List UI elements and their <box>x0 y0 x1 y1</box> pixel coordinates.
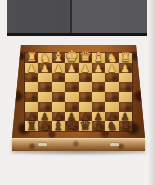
square <box>52 73 65 83</box>
square <box>119 102 132 112</box>
square <box>65 73 78 83</box>
square <box>25 82 38 92</box>
square <box>25 92 38 102</box>
square: ♟ <box>25 112 38 122</box>
square <box>119 92 132 102</box>
square: ♟ <box>52 63 65 73</box>
square: ♛ <box>79 53 92 63</box>
piece-dark-queen: ♛ <box>79 119 92 133</box>
square <box>79 82 92 92</box>
square <box>52 92 65 102</box>
square: ♜ <box>119 121 132 131</box>
board-frame: ♜♞♝♚♛♝♞♜♟♟♟♟♟♟♟♟♟♟♟♟♟♟♟♟♜♞♝♚♛♝♞♜ <box>12 45 145 138</box>
square <box>92 102 105 112</box>
square <box>65 92 78 102</box>
square <box>79 102 92 112</box>
square <box>38 92 51 102</box>
piece-dark-knight: ♞ <box>105 120 118 132</box>
box-hinge <box>38 143 47 146</box>
square <box>92 73 105 83</box>
square: ♟ <box>105 63 118 73</box>
square <box>79 73 92 83</box>
square: ♜ <box>25 121 38 131</box>
square: ♝ <box>92 121 105 131</box>
square: ♝ <box>92 53 105 63</box>
square: ♚ <box>65 121 78 131</box>
square: ♟ <box>65 63 78 73</box>
square: ♟ <box>25 63 38 73</box>
square <box>92 82 105 92</box>
square: ♟ <box>52 112 65 122</box>
square: ♜ <box>119 53 132 63</box>
square: ♟ <box>79 63 92 73</box>
square: ♟ <box>92 63 105 73</box>
square <box>105 92 118 102</box>
square <box>52 102 65 112</box>
square: ♝ <box>52 53 65 63</box>
piece-dark-bishop: ♝ <box>92 120 105 133</box>
square <box>119 82 132 92</box>
square: ♞ <box>38 121 51 131</box>
square <box>38 73 51 83</box>
square: ♞ <box>38 53 51 63</box>
chess-box: ♜♞♝♚♛♝♞♜♟♟♟♟♟♟♟♟♟♟♟♟♟♟♟♟♜♞♝♚♛♝♞♜ <box>12 45 145 151</box>
square <box>38 102 51 112</box>
square <box>79 92 92 102</box>
square <box>105 102 118 112</box>
piece-light-queen: ♛ <box>79 50 92 64</box>
square: ♞ <box>105 121 118 131</box>
piece-light-king: ♚ <box>65 49 78 64</box>
square: ♚ <box>65 53 78 63</box>
square <box>92 92 105 102</box>
square: ♟ <box>92 112 105 122</box>
square: ♟ <box>79 112 92 122</box>
square: ♝ <box>52 121 65 131</box>
square <box>119 73 132 83</box>
wall-edge-shading <box>148 0 155 185</box>
chess-board: ♜♞♝♚♛♝♞♜♟♟♟♟♟♟♟♟♟♟♟♟♟♟♟♟♜♞♝♚♛♝♞♜ <box>25 53 132 131</box>
square <box>38 82 51 92</box>
piece-dark-rook: ♜ <box>119 121 132 133</box>
box-shadow <box>8 149 149 156</box>
square <box>25 73 38 83</box>
square <box>105 73 118 83</box>
box-hinge <box>110 143 119 146</box>
square: ♟ <box>38 63 51 73</box>
square <box>65 82 78 92</box>
square <box>25 102 38 112</box>
piece-dark-bishop: ♝ <box>52 120 65 133</box>
square: ♜ <box>25 53 38 63</box>
square: ♛ <box>79 121 92 131</box>
square: ♟ <box>119 112 132 122</box>
square: ♟ <box>105 112 118 122</box>
background-wall-panels <box>7 0 147 36</box>
square: ♟ <box>119 63 132 73</box>
square <box>52 82 65 92</box>
square <box>105 82 118 92</box>
piece-dark-rook: ♜ <box>25 121 38 133</box>
square <box>65 102 78 112</box>
piece-dark-knight: ♞ <box>38 120 51 132</box>
square: ♞ <box>105 53 118 63</box>
panel-seam <box>70 0 72 33</box>
photo-scene: ♜♞♝♚♛♝♞♜♟♟♟♟♟♟♟♟♟♟♟♟♟♟♟♟♜♞♝♚♛♝♞♜ <box>0 0 155 185</box>
square: ♟ <box>65 112 78 122</box>
square: ♟ <box>38 112 51 122</box>
